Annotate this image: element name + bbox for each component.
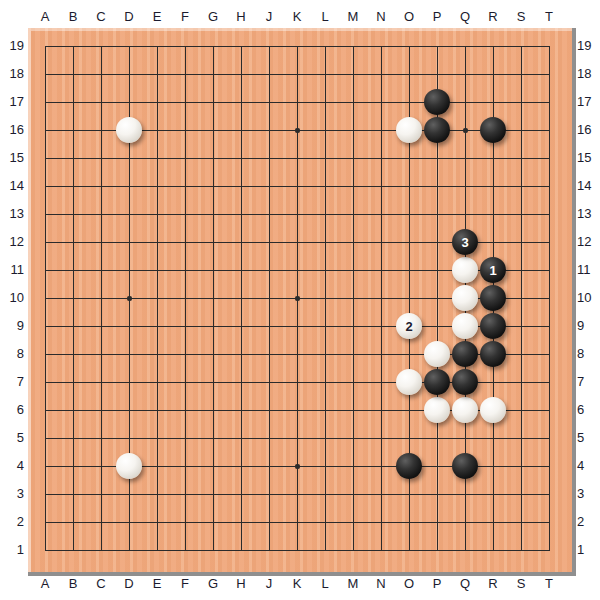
col-label-top: H bbox=[227, 8, 255, 26]
col-label-bottom: P bbox=[423, 575, 451, 593]
row-label-right: 11 bbox=[572, 261, 600, 279]
col-label-bottom: D bbox=[115, 575, 143, 593]
row-label-left: 2 bbox=[0, 513, 26, 531]
col-label-top: A bbox=[31, 8, 59, 26]
col-label-top: K bbox=[283, 8, 311, 26]
row-label-right: 8 bbox=[572, 345, 600, 363]
white-stone[interactable] bbox=[452, 313, 478, 339]
col-label-top: D bbox=[115, 8, 143, 26]
col-label-top: C bbox=[87, 8, 115, 26]
row-label-left: 18 bbox=[0, 65, 26, 83]
col-label-top: M bbox=[339, 8, 367, 26]
white-stone[interactable] bbox=[452, 257, 478, 283]
row-label-left: 15 bbox=[0, 149, 26, 167]
black-stone[interactable] bbox=[480, 285, 506, 311]
row-label-right: 7 bbox=[572, 373, 600, 391]
black-stone[interactable] bbox=[424, 89, 450, 115]
col-label-bottom: K bbox=[283, 575, 311, 593]
row-label-left: 17 bbox=[0, 93, 26, 111]
col-label-bottom: T bbox=[535, 575, 563, 593]
white-stone[interactable] bbox=[116, 453, 142, 479]
col-label-bottom: O bbox=[395, 575, 423, 593]
star-point bbox=[127, 296, 132, 301]
col-label-bottom: A bbox=[31, 575, 59, 593]
row-label-right: 10 bbox=[572, 289, 600, 307]
black-stone[interactable]: 3 bbox=[452, 229, 478, 255]
go-board[interactable]: 231 bbox=[28, 28, 576, 576]
white-stone[interactable] bbox=[396, 369, 422, 395]
row-label-left: 5 bbox=[0, 429, 26, 447]
white-stone[interactable]: 2 bbox=[396, 313, 422, 339]
col-label-top: J bbox=[255, 8, 283, 26]
col-label-top: Q bbox=[451, 8, 479, 26]
black-stone[interactable]: 1 bbox=[480, 257, 506, 283]
col-label-top: P bbox=[423, 8, 451, 26]
black-stone[interactable] bbox=[452, 341, 478, 367]
col-label-top: G bbox=[199, 8, 227, 26]
white-stone[interactable] bbox=[396, 117, 422, 143]
move-number-label: 3 bbox=[461, 236, 468, 249]
row-label-left: 11 bbox=[0, 261, 26, 279]
white-stone[interactable] bbox=[452, 285, 478, 311]
row-label-right: 13 bbox=[572, 205, 600, 223]
move-number-label: 2 bbox=[405, 320, 412, 333]
black-stone[interactable] bbox=[424, 117, 450, 143]
col-label-bottom: L bbox=[311, 575, 339, 593]
row-label-left: 1 bbox=[0, 541, 26, 559]
col-label-top: B bbox=[59, 8, 87, 26]
col-label-bottom: M bbox=[339, 575, 367, 593]
col-label-bottom: S bbox=[507, 575, 535, 593]
white-stone[interactable] bbox=[116, 117, 142, 143]
row-label-left: 7 bbox=[0, 373, 26, 391]
row-label-right: 12 bbox=[572, 233, 600, 251]
white-stone[interactable] bbox=[452, 397, 478, 423]
col-label-bottom: B bbox=[59, 575, 87, 593]
row-label-right: 9 bbox=[572, 317, 600, 335]
black-stone[interactable] bbox=[424, 369, 450, 395]
row-label-left: 10 bbox=[0, 289, 26, 307]
row-label-right: 16 bbox=[572, 121, 600, 139]
row-label-left: 9 bbox=[0, 317, 26, 335]
row-label-left: 6 bbox=[0, 401, 26, 419]
col-label-bottom: R bbox=[479, 575, 507, 593]
col-label-bottom: F bbox=[171, 575, 199, 593]
move-number-label: 1 bbox=[489, 264, 496, 277]
row-label-right: 6 bbox=[572, 401, 600, 419]
col-label-top: S bbox=[507, 8, 535, 26]
col-label-top: E bbox=[143, 8, 171, 26]
col-label-top: O bbox=[395, 8, 423, 26]
row-label-left: 4 bbox=[0, 457, 26, 475]
black-stone[interactable] bbox=[480, 313, 506, 339]
row-label-right: 4 bbox=[572, 457, 600, 475]
row-label-left: 14 bbox=[0, 177, 26, 195]
black-stone[interactable] bbox=[452, 453, 478, 479]
row-label-right: 14 bbox=[572, 177, 600, 195]
star-point bbox=[463, 128, 468, 133]
col-label-top: N bbox=[367, 8, 395, 26]
black-stone[interactable] bbox=[452, 369, 478, 395]
black-stone[interactable] bbox=[396, 453, 422, 479]
row-label-right: 15 bbox=[572, 149, 600, 167]
white-stone[interactable] bbox=[480, 397, 506, 423]
col-label-top: L bbox=[311, 8, 339, 26]
col-label-bottom: N bbox=[367, 575, 395, 593]
row-label-left: 3 bbox=[0, 485, 26, 503]
row-label-left: 13 bbox=[0, 205, 26, 223]
col-label-bottom: H bbox=[227, 575, 255, 593]
black-stone[interactable] bbox=[480, 117, 506, 143]
col-label-top: R bbox=[479, 8, 507, 26]
row-label-right: 5 bbox=[572, 429, 600, 447]
row-label-right: 2 bbox=[572, 513, 600, 531]
star-point bbox=[295, 464, 300, 469]
row-label-left: 12 bbox=[0, 233, 26, 251]
row-label-right: 3 bbox=[572, 485, 600, 503]
star-point bbox=[295, 128, 300, 133]
col-label-top: T bbox=[535, 8, 563, 26]
star-point bbox=[295, 296, 300, 301]
row-label-right: 1 bbox=[572, 541, 600, 559]
row-label-left: 8 bbox=[0, 345, 26, 363]
col-label-bottom: J bbox=[255, 575, 283, 593]
row-label-left: 19 bbox=[0, 37, 26, 55]
col-label-bottom: C bbox=[87, 575, 115, 593]
row-label-right: 17 bbox=[572, 93, 600, 111]
row-label-right: 18 bbox=[572, 65, 600, 83]
white-stone[interactable] bbox=[424, 341, 450, 367]
go-diagram: 231 AABBCCDDEEFFGGHHJJKKLLMMNNOOPPQQRRSS… bbox=[0, 0, 600, 600]
col-label-bottom: G bbox=[199, 575, 227, 593]
col-label-bottom: Q bbox=[451, 575, 479, 593]
white-stone[interactable] bbox=[424, 397, 450, 423]
black-stone[interactable] bbox=[480, 341, 506, 367]
col-label-bottom: E bbox=[143, 575, 171, 593]
row-label-left: 16 bbox=[0, 121, 26, 139]
row-label-right: 19 bbox=[572, 37, 600, 55]
col-label-top: F bbox=[171, 8, 199, 26]
